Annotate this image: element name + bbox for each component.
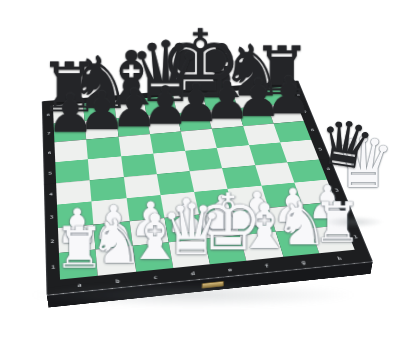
square-d5[interactable] [153,151,190,174]
board-grid: ♜♞♝♛♚♝♞♜♟♟♟♟♟♟♟♟♟♟♟♟♟♟♟♟♜♞♝♛♚♝♞♜ [53,86,355,279]
square-a6[interactable] [54,139,88,162]
black-pawn[interactable]: ♟ [35,87,105,141]
file-label-e: e [211,265,249,274]
square-a7[interactable]: ♟ [54,121,87,142]
square-h5[interactable] [280,140,319,163]
spare-pieces: ♛♛ [316,112,394,230]
rank-label-left-6: 6 [44,142,55,163]
file-label-f: f [248,261,286,270]
square-a1[interactable]: ♜ [59,250,98,280]
file-label-d: d [174,268,212,278]
file-label-h: h [320,254,358,263]
file-label-c: c [136,272,174,282]
square-a5[interactable] [55,159,90,183]
white-rook[interactable]: ♜ [37,220,120,277]
rank-label-left-5: 5 [44,162,56,184]
board-shadow [28,282,358,308]
spare-black-queen[interactable]: ♛ [313,110,378,180]
square-b5[interactable] [88,156,123,180]
file-label-g: g [284,257,322,266]
spare-pieces-shadow [324,216,384,228]
